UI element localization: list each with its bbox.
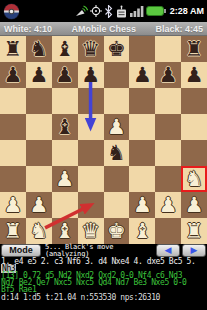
square-f8[interactable] xyxy=(129,36,155,62)
square-b7[interactable]: ♟ xyxy=(26,62,52,88)
engine-line-3: Bf5 Rae1 xyxy=(1,286,36,293)
white-queen-d1: ♛ xyxy=(81,221,100,242)
square-c4[interactable] xyxy=(52,140,78,166)
chess-board[interactable]: ♜♞♝♛♚♜♟♟♟♟♟♟♟♝♟♞♟♞♟♟♟♟♟♜♞♝♛♚♝♜ xyxy=(0,36,207,244)
game-status: 5... Black's move (analyzing) xyxy=(45,244,113,258)
white-pawn-g2: ♟ xyxy=(159,195,178,216)
square-d8[interactable]: ♛ xyxy=(78,36,104,62)
square-a5[interactable] xyxy=(0,114,26,140)
square-h8[interactable]: ♜ xyxy=(181,36,207,62)
black-pawn-a7: ♟ xyxy=(4,65,23,86)
black-pawn-b7: ♟ xyxy=(29,65,48,86)
signal-bars-icon xyxy=(130,5,144,17)
square-h2[interactable]: ♟ xyxy=(181,192,207,218)
white-knight-b1: ♞ xyxy=(29,221,48,242)
black-pawn-d7: ♟ xyxy=(81,65,100,86)
white-pawn-f2: ♟ xyxy=(133,195,152,216)
left-arrow-icon: ◀ xyxy=(157,245,179,256)
board-area: ♜♞♝♛♚♜♟♟♟♟♟♟♟♝♟♞♟♞♟♟♟♟♟♜♞♝♛♚♝♜ xyxy=(0,36,207,244)
square-f2[interactable]: ♟ xyxy=(129,192,155,218)
square-g2[interactable]: ♟ xyxy=(155,192,181,218)
search-stats: d:14 1:d5 t:21.04 n:553530 nps:26310 xyxy=(1,294,160,301)
square-b3[interactable] xyxy=(26,166,52,192)
square-b8[interactable]: ♞ xyxy=(26,36,52,62)
black-pawn-g7: ♟ xyxy=(159,65,178,86)
square-a7[interactable]: ♟ xyxy=(0,62,26,88)
app-icon xyxy=(3,3,20,20)
square-g8[interactable] xyxy=(155,36,181,62)
white-clock: White: 4:10 xyxy=(4,24,52,34)
square-h3[interactable]: ♞ xyxy=(181,166,207,192)
square-f6[interactable] xyxy=(129,88,155,114)
white-rook-a1: ♜ xyxy=(4,221,23,242)
black-pawn-h7: ♟ xyxy=(185,65,204,86)
app-title: AMobile Chess xyxy=(71,24,136,34)
square-g5[interactable] xyxy=(155,114,181,140)
black-king-e8: ♚ xyxy=(107,39,126,60)
black-pawn-f7: ♟ xyxy=(133,65,152,86)
title-bar: White: 4:10 AMobile Chess Black: 4:45 xyxy=(0,22,207,36)
white-knight-h3: ♞ xyxy=(185,169,204,190)
square-g7[interactable]: ♟ xyxy=(155,62,181,88)
square-d1[interactable]: ♛ xyxy=(78,218,104,244)
square-d6[interactable] xyxy=(78,88,104,114)
crosshair-icon xyxy=(90,5,102,17)
square-d2[interactable] xyxy=(78,192,104,218)
square-f7[interactable]: ♟ xyxy=(129,62,155,88)
square-a2[interactable]: ♟ xyxy=(0,192,26,218)
black-rook-h8: ♜ xyxy=(185,39,204,60)
square-h6[interactable] xyxy=(181,88,207,114)
black-queen-d8: ♛ xyxy=(81,39,100,60)
engine-panel: Mode 5... Black's move (analyzing) ◀ ▶ 1… xyxy=(0,244,207,310)
black-rook-a8: ♜ xyxy=(4,39,23,60)
square-c1[interactable]: ♝ xyxy=(52,218,78,244)
white-pawn-c3: ♟ xyxy=(55,169,74,190)
mode-button[interactable]: Mode xyxy=(1,244,41,257)
square-g1[interactable] xyxy=(155,218,181,244)
square-b2[interactable]: ♟ xyxy=(26,192,52,218)
square-a3[interactable] xyxy=(0,166,26,192)
square-c3[interactable]: ♟ xyxy=(52,166,78,192)
black-bishop-c8: ♝ xyxy=(55,39,74,60)
black-bishop-c5: ♝ xyxy=(55,117,74,138)
square-h7[interactable]: ♟ xyxy=(181,62,207,88)
square-g6[interactable] xyxy=(155,88,181,114)
move-list: 1. e4 e5 2. c3 Nf6 3. d4 Nxe4 4. dxe5 Bc… xyxy=(1,258,195,265)
white-bishop-f1: ♝ xyxy=(133,221,152,242)
square-a6[interactable] xyxy=(0,88,26,114)
white-pawn-a2: ♟ xyxy=(4,195,23,216)
white-rook-h1: ♜ xyxy=(185,221,204,242)
black-pawn-c7: ♟ xyxy=(55,65,74,86)
square-e1[interactable]: ♚ xyxy=(104,218,130,244)
black-clock: Black: 4:45 xyxy=(155,24,203,34)
square-b1[interactable]: ♞ xyxy=(26,218,52,244)
black-knight-e4: ♞ xyxy=(107,143,126,164)
square-d5[interactable] xyxy=(78,114,104,140)
square-b4[interactable] xyxy=(26,140,52,166)
bluetooth-icon xyxy=(104,5,113,18)
white-bishop-c1: ♝ xyxy=(55,221,74,242)
square-d7[interactable]: ♟ xyxy=(78,62,104,88)
square-e6[interactable] xyxy=(104,88,130,114)
white-pawn-h2: ♟ xyxy=(185,195,204,216)
back-button[interactable]: ◀ xyxy=(156,244,180,257)
square-g3[interactable] xyxy=(155,166,181,192)
battery-icon xyxy=(146,6,166,16)
square-e7[interactable] xyxy=(104,62,130,88)
square-f3[interactable] xyxy=(129,166,155,192)
clock: 2:28 AM xyxy=(170,6,204,16)
square-d4[interactable] xyxy=(78,140,104,166)
square-c5[interactable]: ♝ xyxy=(52,114,78,140)
move-list-text: 1. e4 e5 2. c3 Nf6 3. d4 Nxe4 4. dxe5 Bc… xyxy=(1,257,195,266)
square-f5[interactable] xyxy=(129,114,155,140)
square-b5[interactable] xyxy=(26,114,52,140)
forward-button[interactable]: ▶ xyxy=(182,244,206,257)
square-a4[interactable] xyxy=(0,140,26,166)
white-pawn-b2: ♟ xyxy=(29,195,48,216)
black-knight-b8: ♞ xyxy=(29,39,48,60)
square-c2[interactable] xyxy=(52,192,78,218)
satellite-icon xyxy=(74,4,88,18)
square-c7[interactable]: ♟ xyxy=(52,62,78,88)
square-d3[interactable] xyxy=(78,166,104,192)
android-status-bar: 2:28 AM xyxy=(0,0,207,22)
square-c8[interactable]: ♝ xyxy=(52,36,78,62)
square-e8[interactable]: ♚ xyxy=(104,36,130,62)
right-arrow-icon: ▶ xyxy=(183,245,205,256)
square-a1[interactable]: ♜ xyxy=(0,218,26,244)
square-h4[interactable] xyxy=(181,140,207,166)
square-h5[interactable] xyxy=(181,114,207,140)
white-king-e1: ♚ xyxy=(107,221,126,242)
square-h1[interactable]: ♜ xyxy=(181,218,207,244)
tether-icon xyxy=(115,5,128,18)
square-g4[interactable] xyxy=(155,140,181,166)
square-b6[interactable] xyxy=(26,88,52,114)
square-e5[interactable]: ♟ xyxy=(104,114,130,140)
square-c6[interactable] xyxy=(52,88,78,114)
square-f1[interactable]: ♝ xyxy=(129,218,155,244)
square-e4[interactable]: ♞ xyxy=(104,140,130,166)
square-e3[interactable] xyxy=(104,166,130,192)
square-f4[interactable] xyxy=(129,140,155,166)
white-pawn-e5: ♟ xyxy=(107,117,126,138)
square-a8[interactable]: ♜ xyxy=(0,36,26,62)
square-e2[interactable] xyxy=(104,192,130,218)
